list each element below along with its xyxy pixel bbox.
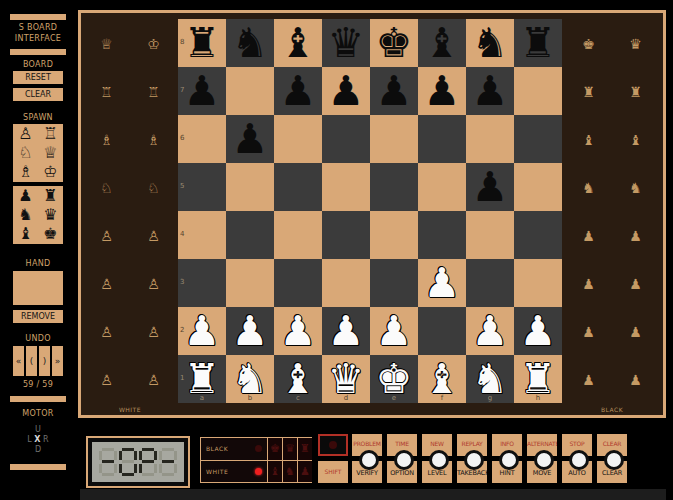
- tray-piece-rook[interactable]: ♖: [130, 68, 177, 116]
- square-b1[interactable]: b♞: [226, 355, 274, 403]
- square-g4[interactable]: [466, 211, 514, 259]
- tray-piece-queen[interactable]: ♕: [83, 20, 130, 68]
- tray-piece-pawn[interactable]: ♙: [83, 308, 130, 356]
- piece-white-king[interactable]: ♚: [370, 355, 418, 403]
- square-c4[interactable]: [274, 211, 322, 259]
- white-tray-label: WHITE: [83, 406, 177, 413]
- tray-piece-bishop[interactable]: ♝: [565, 116, 612, 164]
- tray-piece-rook[interactable]: ♜: [612, 68, 659, 116]
- function-key-panel: PROBLEMVERIFYTIMEOPTIONNEWLEVELREPLAYTAK…: [352, 432, 627, 486]
- piece-white-pawn[interactable]: ♟: [322, 307, 370, 355]
- auto-button[interactable]: [569, 450, 589, 470]
- spawn-black-pawn[interactable]: ♟: [13, 186, 38, 205]
- square-f4[interactable]: [418, 211, 466, 259]
- square-c6[interactable]: [274, 115, 322, 163]
- piece-black-rook[interactable]: ♜: [514, 19, 562, 67]
- motor-center-key[interactable]: X: [34, 435, 40, 444]
- piece-black-bishop[interactable]: ♝: [418, 19, 466, 67]
- undo-controls: «()»: [13, 346, 63, 376]
- square-g6[interactable]: [466, 115, 514, 163]
- spawn-white-queen[interactable]: ♕: [38, 143, 63, 162]
- piece-black-knight[interactable]: ♞: [466, 19, 514, 67]
- hand-box[interactable]: [13, 271, 63, 305]
- tray-piece-pawn[interactable]: ♙: [130, 308, 177, 356]
- motor-row: L X R: [8, 435, 68, 444]
- rank-label-5: 5: [180, 183, 184, 190]
- undo-section-label: UNDO: [8, 334, 68, 343]
- piece-white-rook[interactable]: ♜: [178, 355, 226, 403]
- square-f7[interactable]: ♟: [418, 67, 466, 115]
- indicator-knight-icon: ♞: [283, 461, 297, 483]
- sidebar-title-line2: INTERFACE: [8, 34, 68, 43]
- lcd-digit-3: [139, 447, 157, 477]
- square-a1[interactable]: 1a♜: [178, 355, 226, 403]
- spawn-white-pawn[interactable]: ♙: [13, 124, 38, 143]
- key-column-clear: CLEARCLEAR: [597, 432, 627, 486]
- black-piece-tray: ♚♛♜♜♝♝♞♞♟♟♟♟♟♟♟♟: [565, 20, 659, 404]
- takeback-button[interactable]: [464, 450, 484, 470]
- square-b3[interactable]: [226, 259, 274, 307]
- square-h8[interactable]: ♜: [514, 19, 562, 67]
- motor-up-key[interactable]: U: [8, 425, 68, 434]
- piece-black-king[interactable]: ♚: [370, 19, 418, 67]
- spawn-black-bishop[interactable]: ♝: [13, 225, 38, 244]
- square-f6[interactable]: [418, 115, 466, 163]
- shift-led: [318, 434, 348, 456]
- square-h6[interactable]: [514, 115, 562, 163]
- spawn-white-knight[interactable]: ♘: [13, 143, 38, 162]
- key-column-verify: PROBLEMVERIFY: [352, 432, 382, 486]
- lcd-digit-1: [99, 447, 117, 477]
- hint-button[interactable]: [499, 450, 519, 470]
- square-a5[interactable]: 5: [178, 163, 226, 211]
- square-c3[interactable]: [274, 259, 322, 307]
- motor-section-label: MOTOR: [8, 409, 68, 418]
- tray-piece-pawn[interactable]: ♟: [565, 308, 612, 356]
- square-h5[interactable]: [514, 163, 562, 211]
- console-base: [80, 489, 666, 500]
- tray-piece-queen[interactable]: ♛: [612, 20, 659, 68]
- tray-piece-knight[interactable]: ♘: [83, 164, 130, 212]
- sidebar-title-line1: S BOARD: [8, 23, 68, 32]
- tray-piece-pawn[interactable]: ♟: [612, 212, 659, 260]
- piece-white-pawn[interactable]: ♟: [370, 307, 418, 355]
- square-b7[interactable]: [226, 67, 274, 115]
- square-d6[interactable]: [322, 115, 370, 163]
- square-c1[interactable]: c♝: [274, 355, 322, 403]
- spawn-white-king[interactable]: ♔: [38, 163, 63, 182]
- redo-all-button[interactable]: »: [52, 346, 63, 376]
- sidebar-divider-2: [10, 49, 66, 55]
- side-label-white: WHITE: [201, 461, 267, 483]
- piece-black-rook[interactable]: ♜: [178, 19, 226, 67]
- square-a6[interactable]: 6: [178, 115, 226, 163]
- tray-piece-pawn[interactable]: ♙: [83, 356, 130, 404]
- square-c7[interactable]: ♟: [274, 67, 322, 115]
- tray-piece-king[interactable]: ♔: [130, 20, 177, 68]
- piece-black-pawn[interactable]: ♟: [178, 67, 226, 115]
- square-d3[interactable]: [322, 259, 370, 307]
- lcd-digit-2: [119, 447, 137, 477]
- redo-button[interactable]: ): [39, 346, 50, 376]
- tray-piece-pawn[interactable]: ♙: [130, 212, 177, 260]
- square-a8[interactable]: 8♜: [178, 19, 226, 67]
- white-turn-led: [255, 468, 262, 475]
- spawn-black-queen[interactable]: ♛: [38, 205, 63, 224]
- square-g3[interactable]: [466, 259, 514, 307]
- square-f8[interactable]: ♝: [418, 19, 466, 67]
- tray-piece-knight[interactable]: ♘: [130, 164, 177, 212]
- piece-white-pawn[interactable]: ♟: [274, 307, 322, 355]
- key-column-level: NEWLEVEL: [422, 432, 452, 486]
- tray-piece-pawn[interactable]: ♙: [130, 260, 177, 308]
- board-frame: ♕♔♖♖♗♗♘♘♙♙♙♙♙♙♙♙ 8♜♞♝♛♚♝♞♜7♟♟♟♟♟♟6♟5♟43♟…: [78, 10, 666, 418]
- square-f1[interactable]: f♝: [418, 355, 466, 403]
- square-b4[interactable]: [226, 211, 274, 259]
- square-d2[interactable]: ♟: [322, 307, 370, 355]
- hand-section-label: HAND: [8, 259, 68, 268]
- piece-black-queen[interactable]: ♛: [322, 19, 370, 67]
- tray-piece-rook[interactable]: ♖: [83, 68, 130, 116]
- tray-piece-pawn[interactable]: ♟: [565, 212, 612, 260]
- indicator-rook-icon: ♜: [298, 438, 312, 460]
- piece-black-pawn[interactable]: ♟: [466, 163, 514, 211]
- tray-piece-pawn[interactable]: ♟: [565, 356, 612, 404]
- square-b5[interactable]: [226, 163, 274, 211]
- undo-counter: 59 / 59: [8, 380, 68, 389]
- piece-black-knight[interactable]: ♞: [226, 19, 274, 67]
- tray-piece-knight[interactable]: ♞: [565, 164, 612, 212]
- indicator-king-icon: ♚: [268, 438, 282, 460]
- tray-piece-pawn[interactable]: ♙: [83, 212, 130, 260]
- turn-indicator-panel: BLACK♚♛♜WHITE♝♞♟: [200, 437, 312, 483]
- square-e1[interactable]: e♚: [370, 355, 418, 403]
- spawn-white-bishop[interactable]: ♗: [13, 163, 38, 182]
- spawn-black-king[interactable]: ♚: [38, 225, 63, 244]
- square-a2[interactable]: 2♟: [178, 307, 226, 355]
- square-f5[interactable]: [418, 163, 466, 211]
- white-piece-tray: ♕♔♖♖♗♗♘♘♙♙♙♙♙♙♙♙: [83, 20, 177, 404]
- key-column-takeback: REPLAYTAKEBACK: [457, 432, 487, 486]
- indicator-queen-icon: ♛: [283, 438, 297, 460]
- sidebar-divider-3: [10, 396, 66, 402]
- chess-board: 8♜♞♝♛♚♝♞♜7♟♟♟♟♟♟6♟5♟43♟2♟♟♟♟♟♟♟1a♜b♞c♝d♛…: [178, 19, 562, 403]
- square-f3[interactable]: ♟: [418, 259, 466, 307]
- square-e5[interactable]: [370, 163, 418, 211]
- square-d8[interactable]: ♛: [322, 19, 370, 67]
- square-c2[interactable]: ♟: [274, 307, 322, 355]
- key-column-move: ALTERNATEMOVE: [527, 432, 557, 486]
- square-h7[interactable]: [514, 67, 562, 115]
- clear-board-button[interactable]: CLEAR: [13, 88, 63, 101]
- tray-piece-pawn[interactable]: ♙: [83, 260, 130, 308]
- spawn-black-knight[interactable]: ♞: [13, 205, 38, 224]
- verify-button[interactable]: [359, 450, 379, 470]
- piece-white-pawn[interactable]: ♟: [514, 307, 562, 355]
- rank-label-6: 6: [180, 135, 184, 142]
- tray-piece-bishop[interactable]: ♗: [83, 116, 130, 164]
- piece-white-pawn[interactable]: ♟: [466, 307, 514, 355]
- black-tray-label: BLACK: [565, 406, 659, 413]
- piece-white-queen[interactable]: ♛: [322, 355, 370, 403]
- square-d5[interactable]: [322, 163, 370, 211]
- square-g8[interactable]: ♞: [466, 19, 514, 67]
- shift-led-dot: [329, 441, 337, 449]
- indicator-bishop-icon: ♝: [268, 461, 282, 483]
- square-e7[interactable]: ♟: [370, 67, 418, 115]
- square-b8[interactable]: ♞: [226, 19, 274, 67]
- tray-piece-pawn[interactable]: ♟: [565, 260, 612, 308]
- tray-piece-knight[interactable]: ♞: [612, 164, 659, 212]
- key-column-hint: INFOHINT: [492, 432, 522, 486]
- indicator-pawn-icon: ♟: [298, 461, 312, 483]
- piece-white-pawn[interactable]: ♟: [226, 307, 274, 355]
- piece-black-bishop[interactable]: ♝: [274, 19, 322, 67]
- piece-black-pawn[interactable]: ♟: [466, 67, 514, 115]
- piece-black-pawn[interactable]: ♟: [322, 67, 370, 115]
- square-g7[interactable]: ♟: [466, 67, 514, 115]
- square-d1[interactable]: d♛: [322, 355, 370, 403]
- square-e2[interactable]: ♟: [370, 307, 418, 355]
- undo-all-button[interactable]: «: [13, 346, 24, 376]
- side-label-black: BLACK: [201, 438, 267, 460]
- piece-black-pawn[interactable]: ♟: [370, 67, 418, 115]
- lcd-screen: [92, 442, 184, 482]
- piece-white-knight[interactable]: ♞: [466, 355, 514, 403]
- piece-white-bishop[interactable]: ♝: [418, 355, 466, 403]
- piece-white-pawn[interactable]: ♟: [178, 307, 226, 355]
- option-button[interactable]: [394, 450, 414, 470]
- level-button[interactable]: [429, 450, 449, 470]
- square-c8[interactable]: ♝: [274, 19, 322, 67]
- sidebar-divider-bottom: [10, 464, 66, 470]
- square-f2[interactable]: [418, 307, 466, 355]
- motor-right-key[interactable]: R: [43, 435, 49, 444]
- rank-label-3: 3: [180, 279, 184, 286]
- square-h2[interactable]: ♟: [514, 307, 562, 355]
- square-b2[interactable]: ♟: [226, 307, 274, 355]
- square-a7[interactable]: 7♟: [178, 67, 226, 115]
- piece-white-knight[interactable]: ♞: [226, 355, 274, 403]
- motor-left-key[interactable]: L: [27, 435, 31, 444]
- chess-computer-ui: S BOARD INTERFACE BOARD RESET CLEAR SPAW…: [0, 0, 673, 500]
- spawn-palette-white: ♙♖♘♕♗♔: [13, 124, 63, 182]
- tray-piece-pawn[interactable]: ♙: [130, 356, 177, 404]
- key-column-auto: STOPAUTO: [562, 432, 592, 486]
- square-d7[interactable]: ♟: [322, 67, 370, 115]
- board-section-label: BOARD: [8, 60, 68, 69]
- move-button[interactable]: [534, 450, 554, 470]
- square-e8[interactable]: ♚: [370, 19, 418, 67]
- piece-white-bishop[interactable]: ♝: [274, 355, 322, 403]
- shift-button[interactable]: SHIFT: [318, 461, 348, 483]
- tray-piece-king[interactable]: ♚: [565, 20, 612, 68]
- piece-white-rook[interactable]: ♜: [514, 355, 562, 403]
- reset-button[interactable]: RESET: [13, 71, 63, 84]
- square-h1[interactable]: h♜: [514, 355, 562, 403]
- square-e3[interactable]: [370, 259, 418, 307]
- square-a3[interactable]: 3: [178, 259, 226, 307]
- motor-down-key[interactable]: D: [8, 445, 68, 454]
- square-h4[interactable]: [514, 211, 562, 259]
- spawn-white-rook[interactable]: ♖: [38, 124, 63, 143]
- square-b6[interactable]: ♟: [226, 115, 274, 163]
- black-turn-led: [255, 445, 262, 452]
- sidebar-divider-top: [10, 14, 66, 20]
- clear-button[interactable]: [604, 450, 624, 470]
- lcd-digit-4: [159, 447, 177, 477]
- tray-piece-pawn[interactable]: ♟: [612, 356, 659, 404]
- rank-label-4: 4: [180, 231, 184, 238]
- lcd-display: [86, 436, 190, 488]
- tray-piece-rook[interactable]: ♜: [565, 68, 612, 116]
- square-g5[interactable]: ♟: [466, 163, 514, 211]
- remove-button[interactable]: REMOVE: [13, 310, 63, 323]
- undo-button[interactable]: (: [26, 346, 37, 376]
- tray-piece-bishop[interactable]: ♝: [612, 116, 659, 164]
- spawn-section-label: SPAWN: [8, 113, 68, 122]
- piece-white-pawn[interactable]: ♟: [418, 259, 466, 307]
- square-c5[interactable]: [274, 163, 322, 211]
- square-e6[interactable]: [370, 115, 418, 163]
- square-d4[interactable]: [322, 211, 370, 259]
- piece-black-pawn[interactable]: ♟: [226, 115, 274, 163]
- spawn-black-rook[interactable]: ♜: [38, 186, 63, 205]
- piece-black-pawn[interactable]: ♟: [418, 67, 466, 115]
- tray-piece-pawn[interactable]: ♟: [612, 308, 659, 356]
- square-h3[interactable]: [514, 259, 562, 307]
- square-e4[interactable]: [370, 211, 418, 259]
- tray-piece-pawn[interactable]: ♟: [612, 260, 659, 308]
- piece-black-pawn[interactable]: ♟: [274, 67, 322, 115]
- key-column-option: TIMEOPTION: [387, 432, 417, 486]
- spawn-palette-black: ♟♜♞♛♝♚: [13, 186, 63, 244]
- square-g2[interactable]: ♟: [466, 307, 514, 355]
- square-g1[interactable]: g♞: [466, 355, 514, 403]
- square-a4[interactable]: 4: [178, 211, 226, 259]
- tray-piece-bishop[interactable]: ♗: [130, 116, 177, 164]
